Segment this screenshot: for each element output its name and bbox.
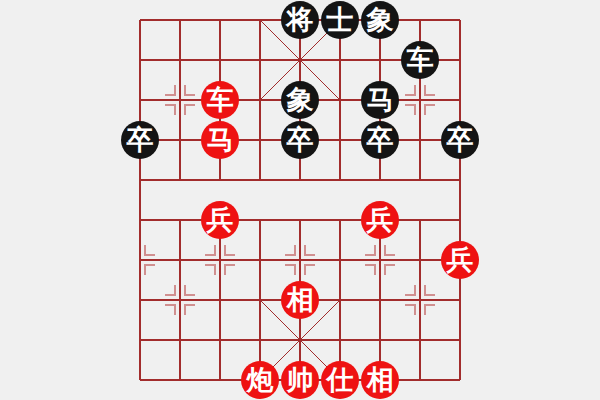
piece-red-pawn[interactable]: 兵 [361, 201, 399, 239]
piece-red-elephant[interactable]: 相 [281, 281, 319, 319]
piece-black-pawn[interactable]: 卒 [441, 121, 479, 159]
piece-black-horse[interactable]: 马 [361, 81, 399, 119]
piece-red-cannon[interactable]: 炮 [241, 361, 279, 399]
piece-black-general[interactable]: 将 [281, 1, 319, 39]
piece-red-pawn[interactable]: 兵 [201, 201, 239, 239]
piece-red-horse[interactable]: 马 [201, 121, 239, 159]
xiangqi-board-screen: 将士象车车象马卒马卒卒卒兵兵兵相炮帅仕相 [0, 0, 600, 400]
piece-black-pawn[interactable]: 卒 [121, 121, 159, 159]
piece-black-elephant[interactable]: 象 [361, 1, 399, 39]
piece-black-pawn[interactable]: 卒 [361, 121, 399, 159]
piece-black-elephant[interactable]: 象 [281, 81, 319, 119]
piece-red-elephant[interactable]: 相 [361, 361, 399, 399]
xiangqi-board-grid [0, 0, 600, 400]
piece-red-general[interactable]: 帅 [281, 361, 319, 399]
piece-black-advisor[interactable]: 士 [321, 1, 359, 39]
piece-red-advisor[interactable]: 仕 [321, 361, 359, 399]
piece-black-chariot[interactable]: 车 [401, 41, 439, 79]
piece-red-chariot[interactable]: 车 [201, 81, 239, 119]
piece-red-pawn[interactable]: 兵 [441, 241, 479, 279]
piece-black-pawn[interactable]: 卒 [281, 121, 319, 159]
